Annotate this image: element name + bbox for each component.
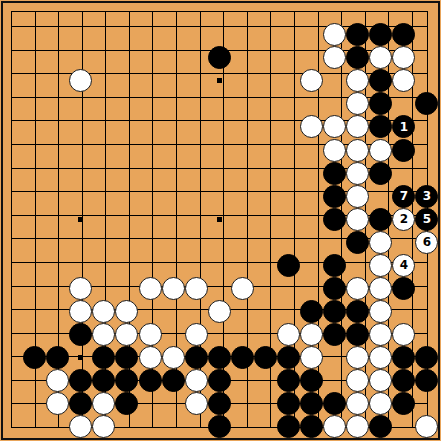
white-stone	[346, 185, 369, 208]
white-stone	[369, 392, 392, 415]
white-stone	[346, 277, 369, 300]
black-stone	[231, 346, 254, 369]
white-stone	[300, 69, 323, 92]
black-stone	[23, 346, 46, 369]
black-stone	[277, 369, 300, 392]
move-number-label: 2	[400, 213, 408, 225]
black-stone	[392, 346, 415, 369]
white-stone	[162, 277, 185, 300]
black-stone	[92, 346, 115, 369]
white-stone	[369, 300, 392, 323]
black-stone: 7	[392, 185, 415, 208]
white-stone	[346, 92, 369, 115]
black-stone	[369, 69, 392, 92]
white-stone	[369, 231, 392, 254]
black-stone	[323, 277, 346, 300]
black-stone	[185, 346, 208, 369]
black-stone: 1	[392, 115, 415, 138]
white-stone	[392, 69, 415, 92]
white-stone	[415, 415, 438, 438]
black-stone	[369, 415, 392, 438]
black-stone	[392, 392, 415, 415]
white-stone	[323, 415, 346, 438]
black-stone	[346, 323, 369, 346]
black-stone	[300, 415, 323, 438]
white-stone	[369, 346, 392, 369]
black-stone	[323, 185, 346, 208]
white-stone: 6	[415, 231, 438, 254]
white-stone	[300, 346, 323, 369]
move-number-label: 7	[400, 190, 408, 202]
white-stone	[323, 139, 346, 162]
board-grid[interactable]: 1732564	[0, 0, 439, 439]
white-stone	[392, 46, 415, 69]
white-stone	[139, 323, 162, 346]
black-stone	[300, 392, 323, 415]
white-stone	[69, 69, 92, 92]
white-stone	[392, 323, 415, 346]
white-stone	[69, 415, 92, 438]
black-stone	[277, 392, 300, 415]
black-stone	[92, 369, 115, 392]
black-stone	[369, 92, 392, 115]
white-stone	[92, 323, 115, 346]
black-stone	[323, 392, 346, 415]
black-stone	[254, 346, 277, 369]
white-stone	[185, 392, 208, 415]
white-stone	[139, 346, 162, 369]
white-stone	[346, 392, 369, 415]
black-stone	[277, 415, 300, 438]
white-stone	[139, 277, 162, 300]
white-stone	[369, 46, 392, 69]
white-stone	[369, 277, 392, 300]
black-stone	[323, 300, 346, 323]
black-stone	[323, 254, 346, 277]
white-stone	[323, 46, 346, 69]
white-stone	[346, 208, 369, 231]
black-stone	[346, 23, 369, 46]
black-stone	[162, 369, 185, 392]
black-stone	[415, 369, 438, 392]
white-stone	[346, 69, 369, 92]
black-stone	[69, 392, 92, 415]
black-stone	[346, 46, 369, 69]
black-stone	[300, 300, 323, 323]
white-stone	[277, 323, 300, 346]
white-stone	[346, 369, 369, 392]
white-stone	[346, 115, 369, 138]
black-stone	[369, 208, 392, 231]
white-stone	[162, 346, 185, 369]
white-stone	[208, 300, 231, 323]
black-stone	[323, 162, 346, 185]
white-stone	[69, 277, 92, 300]
black-stone	[115, 392, 138, 415]
white-stone	[346, 162, 369, 185]
black-stone	[346, 300, 369, 323]
white-stone: 4	[392, 254, 415, 277]
black-stone	[392, 23, 415, 46]
black-stone	[115, 346, 138, 369]
black-stone	[415, 92, 438, 115]
black-stone	[208, 415, 231, 438]
white-stone	[300, 115, 323, 138]
black-stone	[208, 346, 231, 369]
white-stone	[369, 254, 392, 277]
white-stone	[46, 392, 69, 415]
black-stone	[69, 323, 92, 346]
black-stone	[369, 115, 392, 138]
black-stone	[323, 208, 346, 231]
black-stone	[115, 369, 138, 392]
white-stone: 2	[392, 208, 415, 231]
black-stone	[369, 162, 392, 185]
black-stone	[208, 392, 231, 415]
black-stone: 5	[415, 208, 438, 231]
white-stone	[185, 323, 208, 346]
white-stone	[185, 369, 208, 392]
move-number-label: 3	[423, 190, 431, 202]
white-stone	[92, 415, 115, 438]
black-stone	[392, 139, 415, 162]
go-diagram: 1732564	[0, 0, 441, 441]
white-stone	[115, 323, 138, 346]
move-number-label: 4	[400, 259, 408, 271]
black-stone	[69, 369, 92, 392]
white-stone	[115, 300, 138, 323]
move-number-label: 6	[423, 236, 431, 248]
black-stone	[208, 46, 231, 69]
black-stone	[277, 346, 300, 369]
go-board: 1732564	[0, 0, 439, 439]
white-stone	[369, 139, 392, 162]
black-stone	[277, 254, 300, 277]
black-stone: 3	[415, 185, 438, 208]
move-number-label: 1	[400, 121, 408, 133]
move-number-label: 5	[423, 213, 431, 225]
black-stone	[46, 346, 69, 369]
black-stone	[346, 231, 369, 254]
black-stone	[392, 369, 415, 392]
white-stone	[185, 277, 208, 300]
white-stone	[369, 369, 392, 392]
white-stone	[300, 323, 323, 346]
white-stone	[323, 23, 346, 46]
white-stone	[69, 300, 92, 323]
white-stone	[346, 415, 369, 438]
white-stone	[369, 323, 392, 346]
black-stone	[369, 23, 392, 46]
black-stone	[139, 369, 162, 392]
white-stone	[231, 277, 254, 300]
white-stone	[92, 392, 115, 415]
white-stone	[346, 346, 369, 369]
white-stone	[46, 369, 69, 392]
black-stone	[323, 323, 346, 346]
black-stone	[392, 277, 415, 300]
white-stone	[323, 115, 346, 138]
white-stone	[346, 139, 369, 162]
black-stone	[415, 346, 438, 369]
black-stone	[208, 369, 231, 392]
black-stone	[300, 369, 323, 392]
white-stone	[92, 300, 115, 323]
